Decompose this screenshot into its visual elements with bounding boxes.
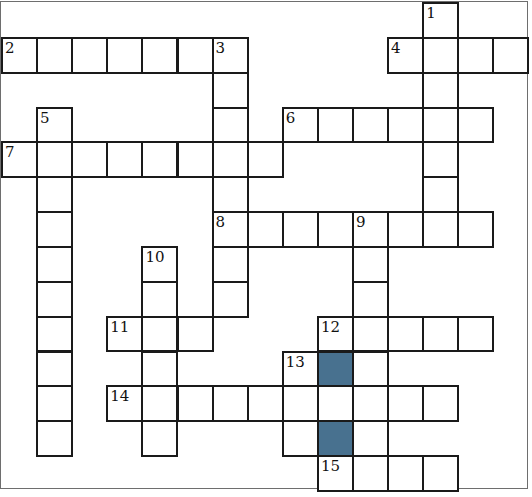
clue-number-7: 7 — [5, 145, 36, 160]
cell-r3c9[interactable] — [317, 107, 354, 144]
cell-r4c4[interactable] — [141, 141, 178, 178]
cell-r1c0[interactable]: 2 — [1, 37, 38, 74]
clue-number-6: 6 — [286, 111, 317, 126]
clue-number-10: 10 — [145, 250, 176, 265]
cell-r6c11[interactable] — [387, 211, 424, 248]
clue-number-4: 4 — [391, 41, 422, 56]
clue-number-8: 8 — [216, 215, 247, 230]
cell-r10c8[interactable]: 13 — [282, 351, 319, 388]
crossword-board: 123456789101112131415 — [0, 0, 532, 497]
cell-r9c9[interactable]: 12 — [317, 316, 354, 353]
shaded-cell-r10c9[interactable] — [317, 351, 354, 388]
clue-number-15: 15 — [321, 459, 352, 474]
cell-r11c7[interactable] — [247, 385, 284, 422]
cell-r11c10[interactable] — [352, 385, 389, 422]
cell-r11c3[interactable]: 14 — [106, 385, 143, 422]
cell-r3c12[interactable] — [422, 107, 459, 144]
cell-r8c10[interactable] — [352, 281, 389, 318]
cell-r6c10[interactable]: 9 — [352, 211, 389, 248]
cell-r9c13[interactable] — [457, 316, 494, 353]
cell-r12c4[interactable] — [141, 420, 178, 457]
cell-r10c4[interactable] — [141, 351, 178, 388]
cell-r5c6[interactable] — [212, 176, 249, 213]
cell-r4c2[interactable] — [71, 141, 108, 178]
cell-r1c2[interactable] — [71, 37, 108, 74]
cell-r11c5[interactable] — [177, 385, 214, 422]
clue-number-11: 11 — [110, 320, 141, 335]
cell-r3c1[interactable]: 5 — [36, 107, 73, 144]
cell-r10c10[interactable] — [352, 351, 389, 388]
cell-r7c1[interactable] — [36, 246, 73, 283]
cell-r2c12[interactable] — [422, 72, 459, 109]
clue-number-1: 1 — [426, 6, 457, 21]
cell-r11c11[interactable] — [387, 385, 424, 422]
cell-r7c6[interactable] — [212, 246, 249, 283]
cell-r9c11[interactable] — [387, 316, 424, 353]
clue-number-3: 3 — [216, 41, 247, 56]
cell-r12c10[interactable] — [352, 420, 389, 457]
cell-r13c10[interactable] — [352, 455, 389, 492]
cell-r6c7[interactable] — [247, 211, 284, 248]
cell-r11c1[interactable] — [36, 385, 73, 422]
clue-number-2: 2 — [5, 41, 36, 56]
cell-r9c3[interactable]: 11 — [106, 316, 143, 353]
cell-r7c4[interactable]: 10 — [141, 246, 178, 283]
cell-r11c4[interactable] — [141, 385, 178, 422]
cell-r4c1[interactable] — [36, 141, 73, 178]
clue-number-12: 12 — [321, 320, 352, 335]
cell-r3c8[interactable]: 6 — [282, 107, 319, 144]
cell-r1c11[interactable]: 4 — [387, 37, 424, 74]
cell-r6c1[interactable] — [36, 211, 73, 248]
clue-number-14: 14 — [110, 389, 141, 404]
cell-r13c11[interactable] — [387, 455, 424, 492]
cell-r4c3[interactable] — [106, 141, 143, 178]
cell-r1c13[interactable] — [457, 37, 494, 74]
cell-r12c1[interactable] — [36, 420, 73, 457]
cell-r6c8[interactable] — [282, 211, 319, 248]
cell-r11c9[interactable] — [317, 385, 354, 422]
cell-r4c6[interactable] — [212, 141, 249, 178]
cell-r9c12[interactable] — [422, 316, 459, 353]
cell-r1c14[interactable] — [492, 37, 529, 74]
cell-r4c12[interactable] — [422, 141, 459, 178]
cell-r3c6[interactable] — [212, 107, 249, 144]
cell-r3c11[interactable] — [387, 107, 424, 144]
cell-r10c1[interactable] — [36, 351, 73, 388]
cell-r6c13[interactable] — [457, 211, 494, 248]
cell-r1c4[interactable] — [141, 37, 178, 74]
cell-r4c7[interactable] — [247, 141, 284, 178]
cell-r6c9[interactable] — [317, 211, 354, 248]
cell-r13c12[interactable] — [422, 455, 459, 492]
crossword-puzzle: 123456789101112131415 — [0, 0, 532, 497]
cell-r12c8[interactable] — [282, 420, 319, 457]
cell-r8c1[interactable] — [36, 281, 73, 318]
cell-r11c8[interactable] — [282, 385, 319, 422]
cell-r2c6[interactable] — [212, 72, 249, 109]
cell-r13c9[interactable]: 15 — [317, 455, 354, 492]
clue-number-9: 9 — [356, 215, 387, 230]
cell-r9c10[interactable] — [352, 316, 389, 353]
shaded-cell-r12c9[interactable] — [317, 420, 354, 457]
cell-r5c12[interactable] — [422, 176, 459, 213]
cell-r1c3[interactable] — [106, 37, 143, 74]
cell-r1c12[interactable] — [422, 37, 459, 74]
clue-number-13: 13 — [286, 355, 317, 370]
cell-r6c6[interactable]: 8 — [212, 211, 249, 248]
cell-r3c10[interactable] — [352, 107, 389, 144]
cell-r9c1[interactable] — [36, 316, 73, 353]
cell-r0c12[interactable]: 1 — [422, 2, 459, 39]
cell-r3c13[interactable] — [457, 107, 494, 144]
cell-r8c6[interactable] — [212, 281, 249, 318]
cell-r1c6[interactable]: 3 — [212, 37, 249, 74]
cell-r11c6[interactable] — [212, 385, 249, 422]
cell-r5c1[interactable] — [36, 176, 73, 213]
cell-r9c5[interactable] — [177, 316, 214, 353]
cell-r9c4[interactable] — [141, 316, 178, 353]
cell-r7c10[interactable] — [352, 246, 389, 283]
clue-number-5: 5 — [40, 111, 71, 126]
cell-r11c12[interactable] — [422, 385, 459, 422]
cell-r8c4[interactable] — [141, 281, 178, 318]
cell-r4c0[interactable]: 7 — [1, 141, 38, 178]
cell-r1c1[interactable] — [36, 37, 73, 74]
cell-r4c5[interactable] — [177, 141, 214, 178]
cell-r1c5[interactable] — [177, 37, 214, 74]
cell-r6c12[interactable] — [422, 211, 459, 248]
